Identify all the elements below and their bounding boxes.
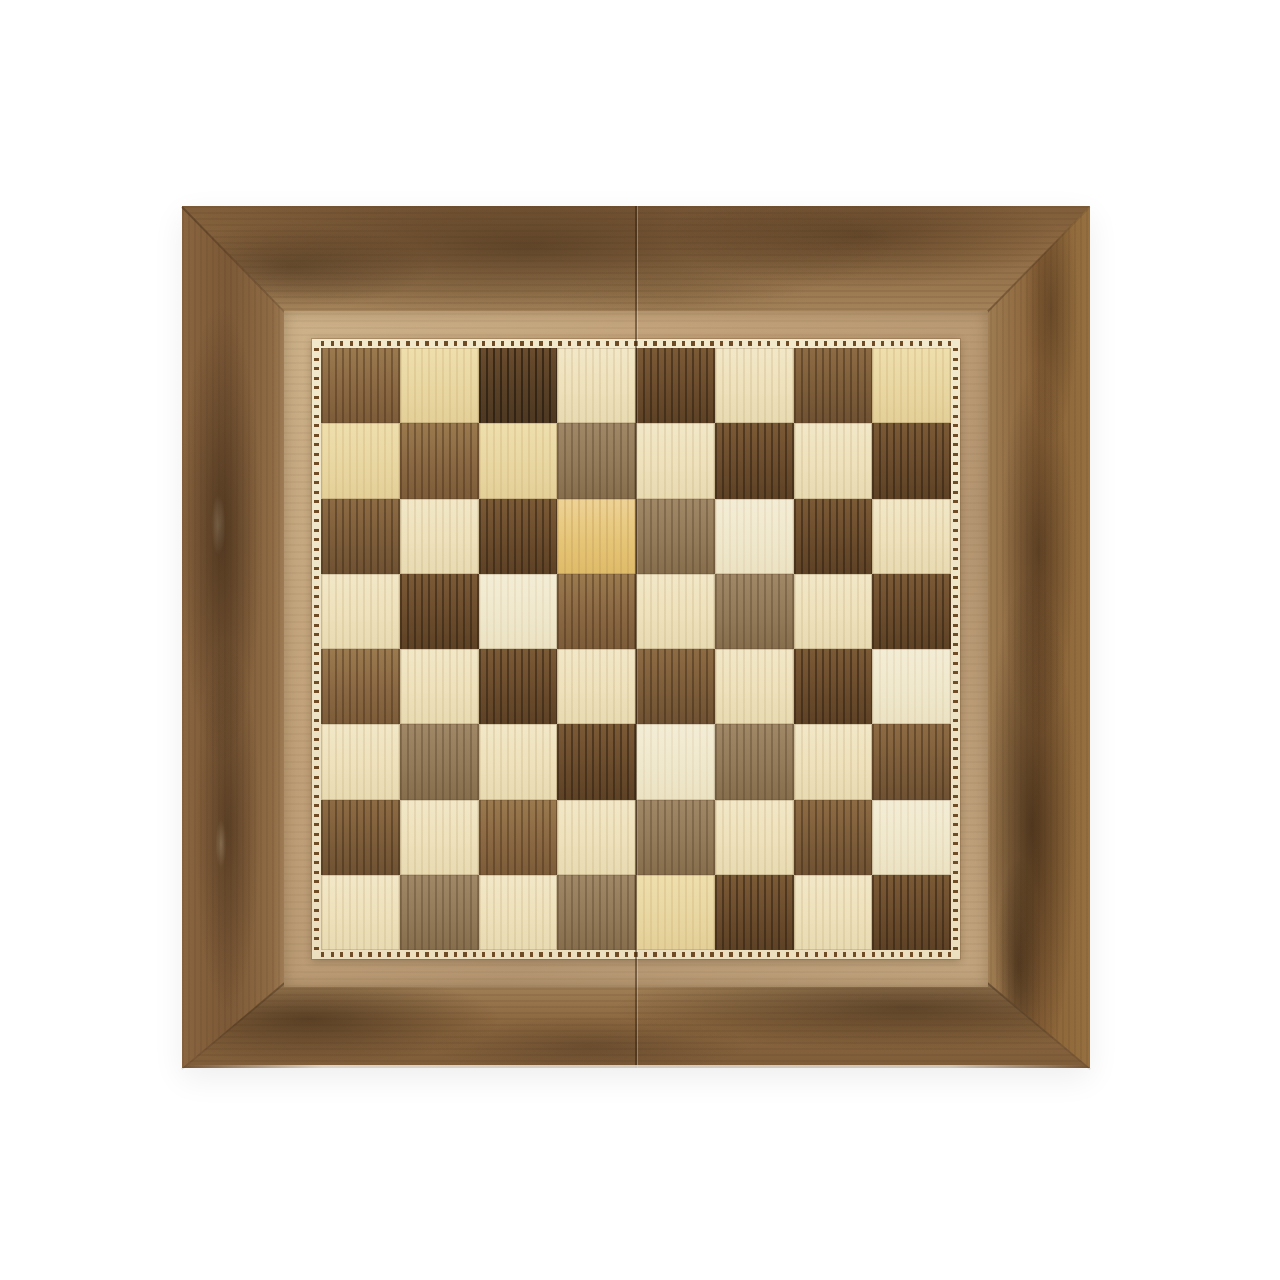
square-g3 bbox=[794, 724, 873, 799]
square-b8 bbox=[400, 348, 479, 423]
square-c6 bbox=[479, 499, 558, 574]
square-a7 bbox=[321, 423, 400, 498]
square-b5 bbox=[400, 574, 479, 649]
square-g4 bbox=[794, 649, 873, 724]
chess-board bbox=[182, 206, 1090, 1068]
square-g7 bbox=[794, 423, 873, 498]
square-f6 bbox=[715, 499, 794, 574]
square-f8 bbox=[715, 348, 794, 423]
square-a6 bbox=[321, 499, 400, 574]
square-a3 bbox=[321, 724, 400, 799]
square-d6 bbox=[557, 499, 636, 574]
square-e4 bbox=[636, 649, 715, 724]
square-d2 bbox=[557, 800, 636, 875]
square-h1 bbox=[872, 875, 951, 950]
square-h5 bbox=[872, 574, 951, 649]
square-c5 bbox=[479, 574, 558, 649]
square-f3 bbox=[715, 724, 794, 799]
square-e8 bbox=[636, 348, 715, 423]
square-b1 bbox=[400, 875, 479, 950]
square-d8 bbox=[557, 348, 636, 423]
square-a8 bbox=[321, 348, 400, 423]
inlay-dash-line-right bbox=[953, 348, 958, 950]
square-g6 bbox=[794, 499, 873, 574]
square-b7 bbox=[400, 423, 479, 498]
square-b4 bbox=[400, 649, 479, 724]
square-c7 bbox=[479, 423, 558, 498]
square-e5 bbox=[636, 574, 715, 649]
square-c8 bbox=[479, 348, 558, 423]
square-c2 bbox=[479, 800, 558, 875]
photo-background bbox=[0, 0, 1280, 1280]
square-d7 bbox=[557, 423, 636, 498]
square-h3 bbox=[872, 724, 951, 799]
square-d5 bbox=[557, 574, 636, 649]
square-h4 bbox=[872, 649, 951, 724]
square-g5 bbox=[794, 574, 873, 649]
fold-seam bbox=[635, 206, 638, 1068]
square-h2 bbox=[872, 800, 951, 875]
square-d3 bbox=[557, 724, 636, 799]
square-a2 bbox=[321, 800, 400, 875]
square-e6 bbox=[636, 499, 715, 574]
square-b3 bbox=[400, 724, 479, 799]
square-d4 bbox=[557, 649, 636, 724]
square-e2 bbox=[636, 800, 715, 875]
square-b2 bbox=[400, 800, 479, 875]
square-e7 bbox=[636, 423, 715, 498]
square-h7 bbox=[872, 423, 951, 498]
square-f2 bbox=[715, 800, 794, 875]
square-a1 bbox=[321, 875, 400, 950]
square-g1 bbox=[794, 875, 873, 950]
square-g2 bbox=[794, 800, 873, 875]
square-a4 bbox=[321, 649, 400, 724]
square-e3 bbox=[636, 724, 715, 799]
square-e1 bbox=[636, 875, 715, 950]
square-f1 bbox=[715, 875, 794, 950]
square-f7 bbox=[715, 423, 794, 498]
square-f5 bbox=[715, 574, 794, 649]
square-h6 bbox=[872, 499, 951, 574]
square-c1 bbox=[479, 875, 558, 950]
square-h8 bbox=[872, 348, 951, 423]
square-c4 bbox=[479, 649, 558, 724]
square-b6 bbox=[400, 499, 479, 574]
square-a5 bbox=[321, 574, 400, 649]
square-g8 bbox=[794, 348, 873, 423]
square-c3 bbox=[479, 724, 558, 799]
inlay-dash-line-left bbox=[314, 348, 319, 950]
square-d1 bbox=[557, 875, 636, 950]
square-f4 bbox=[715, 649, 794, 724]
board-bottom-edge bbox=[188, 1065, 1084, 1068]
